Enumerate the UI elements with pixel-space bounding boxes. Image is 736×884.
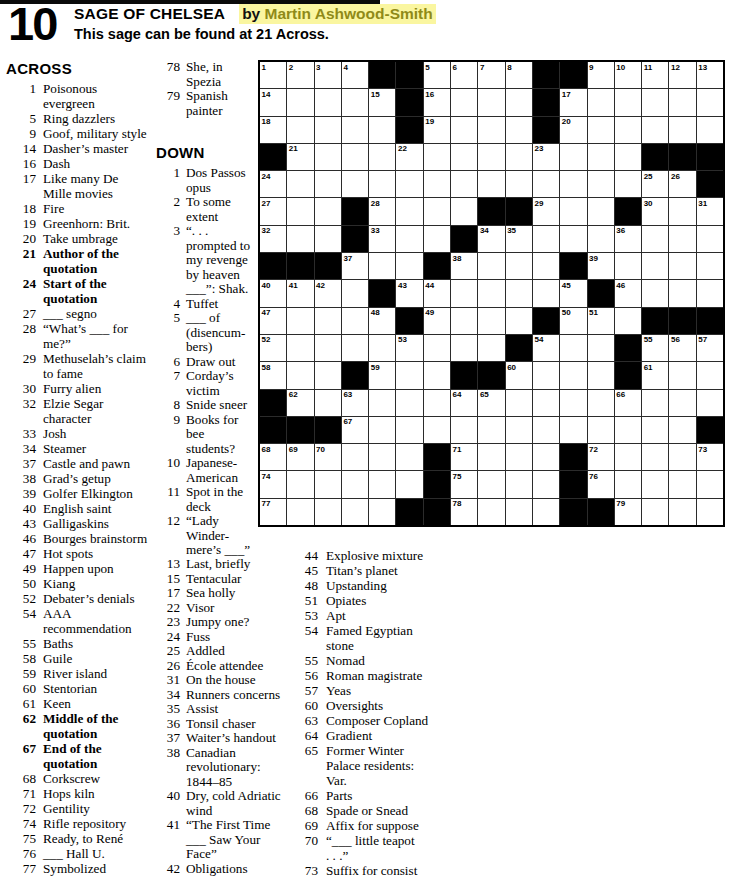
grid-cell-r1c2[interactable]: 2 [287, 62, 313, 88]
grid-cell-r10c10[interactable] [506, 308, 532, 334]
grid-cell-r2c8[interactable] [451, 89, 477, 115]
clue-across-20: 20Take umbrage [6, 231, 154, 246]
grid-cell-r12c6[interactable] [396, 362, 422, 388]
grid-cell-r11c17[interactable]: 57 [697, 335, 723, 361]
cell-number: 69 [289, 445, 298, 454]
clue-down-38: 38Canadian revolutionary: 1844–85 [156, 746, 302, 790]
grid-cell-r16c13[interactable]: 76 [588, 471, 614, 497]
clue-across-46: 46Bourges brainstorm [6, 531, 154, 546]
grid-cell-r2c15[interactable] [642, 89, 668, 115]
clue-text: English saint [43, 501, 112, 516]
grid-cell-r9c8[interactable] [451, 280, 477, 306]
grid-cell-r9c6[interactable]: 43 [396, 280, 422, 306]
cell-number: 79 [616, 499, 625, 508]
grid-cell-r1c16[interactable]: 12 [669, 62, 695, 88]
grid-cell-r1c8[interactable]: 6 [451, 62, 477, 88]
grid-cell-r8c3 [315, 253, 341, 279]
clue-across-68: 68Corkscrew [6, 771, 154, 786]
grid-cell-r12c16[interactable] [669, 362, 695, 388]
grid-cell-r9c5 [369, 280, 395, 306]
grid-cell-r16c8[interactable]: 75 [451, 471, 477, 497]
grid-cell-r5c15[interactable]: 25 [642, 171, 668, 197]
grid-cell-r13c9[interactable]: 65 [478, 390, 504, 416]
grid-cell-r1c4[interactable]: 4 [342, 62, 368, 88]
grid-cell-r10c12[interactable]: 50 [560, 308, 586, 334]
grid-cell-r2c4[interactable] [342, 89, 368, 115]
grid-cell-r8c6[interactable] [396, 253, 422, 279]
grid-cell-r3c3[interactable] [315, 117, 341, 143]
clue-text: River island [43, 666, 107, 681]
grid-cell-r5c4[interactable] [342, 171, 368, 197]
grid-cell-r4c8[interactable] [451, 144, 477, 170]
clue-down-63: 63Composer Copland [296, 713, 492, 728]
grid-cell-r3c4[interactable] [342, 117, 368, 143]
grid-cell-r5c2[interactable] [287, 171, 313, 197]
grid-cell-r13c5[interactable] [369, 390, 395, 416]
grid-cell-r2c7[interactable]: 16 [424, 89, 450, 115]
grid-cell-r11c15[interactable]: 55 [642, 335, 668, 361]
clue-across-78: 78She, in Spezia [156, 60, 262, 89]
grid-cell-r10c4[interactable] [342, 308, 368, 334]
grid-cell-r13c10[interactable] [506, 390, 532, 416]
grid-cell-r15c14[interactable] [615, 444, 641, 470]
grid-cell-r5c14[interactable] [615, 171, 641, 197]
grid-cell-r3c2[interactable] [287, 117, 313, 143]
grid-cell-r3c7[interactable]: 19 [424, 117, 450, 143]
grid-cell-r6c8[interactable] [451, 198, 477, 224]
cell-number: 3 [316, 63, 320, 72]
grid-cell-r17c11[interactable] [533, 499, 559, 525]
grid-cell-r6c13[interactable] [588, 198, 614, 224]
grid-cell-r8c5[interactable] [369, 253, 395, 279]
grid-cell-r16c1[interactable]: 74 [260, 471, 286, 497]
grid-cell-r15c5[interactable] [369, 444, 395, 470]
grid-cell-r16c14[interactable] [615, 471, 641, 497]
grid-cell-r17c9[interactable] [478, 499, 504, 525]
grid-cell-r12c12[interactable] [560, 362, 586, 388]
clue-number: 60 [6, 681, 43, 696]
clue-across-60: 60Stentorian [6, 681, 154, 696]
grid-cell-r4c11[interactable]: 23 [533, 144, 559, 170]
grid-cell-r2c3[interactable] [315, 89, 341, 115]
grid-cell-r5c12[interactable] [560, 171, 586, 197]
clue-text: Elzie Segar character [43, 396, 103, 426]
clue-text: Furry alien [43, 381, 101, 396]
clue-text: Hot spots [43, 546, 93, 561]
grid-cell-r12c15[interactable]: 61 [642, 362, 668, 388]
grid-cell-r3c13[interactable] [588, 117, 614, 143]
grid-cell-r11c12[interactable] [560, 335, 586, 361]
cell-number: 12 [671, 63, 680, 72]
grid-cell-r9c4[interactable] [342, 280, 368, 306]
grid-cell-r17c15[interactable] [642, 499, 668, 525]
clue-across-34: 34Steamer [6, 441, 154, 456]
grid-cell-r9c12[interactable]: 45 [560, 280, 586, 306]
grid-cell-r11c8[interactable] [451, 335, 477, 361]
grid-cell-r12c17[interactable] [697, 362, 723, 388]
grid-cell-r13c11[interactable] [533, 390, 559, 416]
grid-cell-r10c1[interactable]: 47 [260, 308, 286, 334]
grid-cell-r2c2[interactable] [287, 89, 313, 115]
grid-cell-r3c10[interactable] [506, 117, 532, 143]
grid-cell-r5c8[interactable] [451, 171, 477, 197]
grid-cell-r13c4[interactable]: 63 [342, 390, 368, 416]
clue-number: 41 [156, 818, 186, 862]
grid-cell-r7c17[interactable] [697, 226, 723, 252]
grid-cell-r1c10[interactable]: 8 [506, 62, 532, 88]
grid-cell-r4c9[interactable] [478, 144, 504, 170]
grid-cell-r16c17[interactable] [697, 471, 723, 497]
grid-cell-r7c1[interactable]: 32 [260, 226, 286, 252]
grid-cell-r6c16[interactable] [669, 198, 695, 224]
grid-cell-r1c15[interactable]: 11 [642, 62, 668, 88]
grid-cell-r6c12[interactable] [560, 198, 586, 224]
grid-cell-r7c14[interactable]: 36 [615, 226, 641, 252]
grid-cell-r5c13[interactable] [588, 171, 614, 197]
grid-cell-r5c10[interactable] [506, 171, 532, 197]
grid-cell-r8c8[interactable]: 38 [451, 253, 477, 279]
grid-cell-r8c16[interactable] [669, 253, 695, 279]
grid-cell-r13c17[interactable] [697, 390, 723, 416]
grid-cell-r4c7[interactable] [424, 144, 450, 170]
grid-cell-r17c14[interactable]: 79 [615, 499, 641, 525]
clue-down-37: 37Waiter’s handout [156, 731, 302, 746]
clue-text: Greenhorn: Brit. [43, 216, 130, 231]
grid-cell-r17c16[interactable] [669, 499, 695, 525]
grid-cell-r11c11[interactable]: 54 [533, 335, 559, 361]
grid-cell-r7c6[interactable] [396, 226, 422, 252]
grid-cell-r7c9[interactable]: 34 [478, 226, 504, 252]
grid-cell-r8c14[interactable] [615, 253, 641, 279]
grid-cell-r6c1[interactable]: 27 [260, 198, 286, 224]
grid-cell-r10c17 [697, 308, 723, 334]
grid-cell-r5c3[interactable] [315, 171, 341, 197]
clue-text: Fire [43, 201, 64, 216]
grid-cell-r10c9[interactable] [478, 308, 504, 334]
grid-cell-r10c3[interactable] [315, 308, 341, 334]
grid-cell-r2c5[interactable]: 15 [369, 89, 395, 115]
clue-number: 38 [156, 746, 186, 790]
grid-cell-r6c6[interactable] [396, 198, 422, 224]
grid-cell-r16c6[interactable] [396, 471, 422, 497]
grid-cell-r7c15[interactable] [642, 226, 668, 252]
clue-number: 15 [156, 572, 186, 587]
grid-cell-r12c1[interactable]: 58 [260, 362, 286, 388]
clue-across-38: 38Grad’s getup [6, 471, 154, 486]
grid-cell-r12c7[interactable] [424, 362, 450, 388]
grid-cell-r4c12[interactable] [560, 144, 586, 170]
grid-cell-r2c14[interactable] [615, 89, 641, 115]
grid-cell-r9c3[interactable]: 42 [315, 280, 341, 306]
grid-cell-r9c10[interactable] [506, 280, 532, 306]
grid-cell-r2c9[interactable] [478, 89, 504, 115]
clue-down-12: 12“Lady Winder- mere’s ___” [156, 514, 262, 558]
grid-cell-r11c13[interactable] [588, 335, 614, 361]
grid-cell-r5c16[interactable]: 26 [669, 171, 695, 197]
grid-cell-r1c1[interactable]: 1 [260, 62, 286, 88]
grid-cell-r8c11[interactable] [533, 253, 559, 279]
grid-cell-r7c13[interactable] [588, 226, 614, 252]
grid-cell-r15c8[interactable]: 71 [451, 444, 477, 470]
grid-cell-r3c15[interactable] [642, 117, 668, 143]
cell-number: 19 [425, 117, 434, 126]
grid-cell-r7c10[interactable]: 35 [506, 226, 532, 252]
grid-cell-r15c10[interactable] [506, 444, 532, 470]
clue-across-59: 59River island [6, 666, 154, 681]
grid-cell-r9c16[interactable] [669, 280, 695, 306]
grid-cell-r11c7[interactable] [424, 335, 450, 361]
grid-cell-r3c8[interactable] [451, 117, 477, 143]
grid-cell-r14c10[interactable] [506, 417, 532, 443]
grid-cell-r16c2[interactable] [287, 471, 313, 497]
grid-cell-r13c3[interactable] [315, 390, 341, 416]
grid-cell-r16c16[interactable] [669, 471, 695, 497]
grid-cell-r11c9[interactable] [478, 335, 504, 361]
clue-text: Methuselah’s claim to fame [43, 351, 146, 381]
grid-cell-r10c2[interactable] [287, 308, 313, 334]
grid-cell-r13c15[interactable] [642, 390, 668, 416]
grid-cell-r11c1[interactable]: 52 [260, 335, 286, 361]
grid-cell-r9c7[interactable]: 44 [424, 280, 450, 306]
grid-cell-r13c6[interactable] [396, 390, 422, 416]
grid-cell-r5c7[interactable] [424, 171, 450, 197]
grid-cell-r17c4[interactable] [342, 499, 368, 525]
clue-text: Nomad [326, 653, 365, 668]
grid-cell-r3c14[interactable] [615, 117, 641, 143]
grid-cell-r14c13[interactable] [588, 417, 614, 443]
grid-cell-r14c11[interactable] [533, 417, 559, 443]
grid-cell-r17c2[interactable] [287, 499, 313, 525]
grid-cell-r16c3[interactable] [315, 471, 341, 497]
clue-down-54: 54Famed Egyptian stone [296, 623, 492, 653]
grid-cell-r16c5[interactable] [369, 471, 395, 497]
grid-cell-r1c7[interactable]: 5 [424, 62, 450, 88]
grid-cell-r15c9[interactable] [478, 444, 504, 470]
grid-cell-r15c13[interactable]: 72 [588, 444, 614, 470]
grid-cell-r7c11[interactable] [533, 226, 559, 252]
clue-text: End of the quotation [43, 741, 102, 771]
grid-cell-r4c10[interactable] [506, 144, 532, 170]
grid-cell-r7c16[interactable] [669, 226, 695, 252]
grid-cell-r2c1[interactable]: 14 [260, 89, 286, 115]
clue-number: 44 [296, 548, 326, 563]
clue-across-19: 19Greenhorn: Brit. [6, 216, 154, 231]
grid-cell-r8c10[interactable] [506, 253, 532, 279]
clue-across-62: 62Middle of the quotation [6, 711, 154, 741]
grid-cell-r5c6[interactable] [396, 171, 422, 197]
across-clue-list: 1Poisonous evergreen5Ring dazzlers9Goof,… [6, 81, 154, 876]
grid-cell-r6c11[interactable]: 29 [533, 198, 559, 224]
grid-cell-r10c7[interactable]: 49 [424, 308, 450, 334]
clue-number: 17 [156, 586, 186, 601]
grid-cell-r9c17[interactable] [697, 280, 723, 306]
grid-cell-r1c3[interactable]: 3 [315, 62, 341, 88]
grid-cell-r15c16[interactable] [669, 444, 695, 470]
grid-cell-r12c10[interactable]: 60 [506, 362, 532, 388]
grid-cell-r13c8[interactable]: 64 [451, 390, 477, 416]
grid-cell-r17c5[interactable] [369, 499, 395, 525]
grid-cell-r8c4[interactable]: 37 [342, 253, 368, 279]
grid-cell-r11c6[interactable]: 53 [396, 335, 422, 361]
clue-text: Spanish painter [186, 89, 228, 118]
grid-cell-r17c1[interactable]: 77 [260, 499, 286, 525]
grid-cell-r10c14[interactable] [615, 308, 641, 334]
grid-cell-r6c9 [478, 198, 504, 224]
clue-text: Fuss [186, 630, 210, 645]
cell-number: 51 [589, 308, 598, 317]
grid-cell-r2c12[interactable]: 17 [560, 89, 586, 115]
grid-cell-r1c9[interactable]: 7 [478, 62, 504, 88]
grid-cell-r6c3[interactable] [315, 198, 341, 224]
grid-cell-r14c5[interactable] [369, 417, 395, 443]
grid-cell-r1c14[interactable]: 10 [615, 62, 641, 88]
grid-cell-r13c16[interactable] [669, 390, 695, 416]
grid-cell-r16c15[interactable] [642, 471, 668, 497]
grid-cell-r14c9[interactable] [478, 417, 504, 443]
clue-number: 56 [296, 668, 326, 683]
grid-cell-r6c7[interactable] [424, 198, 450, 224]
grid-cell-r2c16[interactable] [669, 89, 695, 115]
grid-cell-r4c5[interactable] [369, 144, 395, 170]
grid-cell-r5c1[interactable]: 24 [260, 171, 286, 197]
grid-cell-r8c13[interactable]: 39 [588, 253, 614, 279]
grid-cell-r2c13[interactable] [588, 89, 614, 115]
grid-cell-r4c6[interactable]: 22 [396, 144, 422, 170]
grid-cell-r12c11[interactable] [533, 362, 559, 388]
grid-cell-r9c9[interactable] [478, 280, 504, 306]
grid-cell-r3c1[interactable]: 18 [260, 117, 286, 143]
grid-cell-r15c4[interactable] [342, 444, 368, 470]
grid-cell-r13c14[interactable]: 66 [615, 390, 641, 416]
grid-cell-r7c3[interactable] [315, 226, 341, 252]
grid-cell-r2c10[interactable] [506, 89, 532, 115]
grid-cell-r1c17[interactable]: 13 [697, 62, 723, 88]
grid-cell-r15c15[interactable] [642, 444, 668, 470]
grid-cell-r5c9[interactable] [478, 171, 504, 197]
grid-cell-r17c3[interactable] [315, 499, 341, 525]
clue-number: 24 [156, 630, 186, 645]
grid-cell-r7c7[interactable] [424, 226, 450, 252]
grid-cell-r3c16[interactable] [669, 117, 695, 143]
grid-cell-r7c5[interactable]: 33 [369, 226, 395, 252]
grid-cell-r11c5[interactable] [369, 335, 395, 361]
clue-text: Corkscrew [43, 771, 100, 786]
grid-cell-r14c7[interactable] [424, 417, 450, 443]
grid-cell-r4c4[interactable] [342, 144, 368, 170]
grid-cell-r3c17[interactable] [697, 117, 723, 143]
grid-cell-r5c5[interactable] [369, 171, 395, 197]
clue-down-9: 9Books for bee students? [156, 413, 262, 457]
grid-cell-r14c6[interactable] [396, 417, 422, 443]
grid-cell-r17c8[interactable]: 78 [451, 499, 477, 525]
grid-cell-r13c7[interactable] [424, 390, 450, 416]
grid-cell-r15c11[interactable] [533, 444, 559, 470]
grid-cell-r4c3[interactable] [315, 144, 341, 170]
grid-cell-r14c4[interactable]: 67 [342, 417, 368, 443]
grid-cell-r13c12[interactable] [560, 390, 586, 416]
clue-text: Gradient [326, 728, 372, 743]
grid-cell-r12c13[interactable] [588, 362, 614, 388]
grid-cell-r8c15[interactable] [642, 253, 668, 279]
cell-number: 35 [507, 226, 516, 235]
grid-cell-r13c2[interactable]: 62 [287, 390, 313, 416]
clue-number: 8 [156, 398, 186, 413]
grid-cell-r11c4[interactable] [342, 335, 368, 361]
grid-cell-r3c9[interactable] [478, 117, 504, 143]
grid-cell-r9c15[interactable] [642, 280, 668, 306]
grid-cell-r15c6[interactable] [396, 444, 422, 470]
grid-cell-r11c3[interactable] [315, 335, 341, 361]
grid-cell-r4c13[interactable] [588, 144, 614, 170]
grid-cell-r9c1[interactable]: 40 [260, 280, 286, 306]
grid-cell-r16c4[interactable] [342, 471, 368, 497]
clue-number: 62 [6, 711, 43, 741]
grid-cell-r8c12 [560, 253, 586, 279]
grid-cell-r8c17[interactable] [697, 253, 723, 279]
grid-cell-r11c2[interactable] [287, 335, 313, 361]
grid-cell-r2c17[interactable] [697, 89, 723, 115]
grid-cell-r7c2[interactable] [287, 226, 313, 252]
grid-cell-r16c10[interactable] [506, 471, 532, 497]
grid-cell-r6c5[interactable]: 28 [369, 198, 395, 224]
grid-cell-r14c14[interactable] [615, 417, 641, 443]
grid-cell-r10c13[interactable]: 51 [588, 308, 614, 334]
grid-cell-r17c10[interactable] [506, 499, 532, 525]
grid-cell-r3c5[interactable] [369, 117, 395, 143]
grid-cell-r10c8[interactable] [451, 308, 477, 334]
grid-cell-r12c3[interactable] [315, 362, 341, 388]
grid-cell-r4c14[interactable] [615, 144, 641, 170]
grid-cell-r6c2[interactable] [287, 198, 313, 224]
clue-number: 39 [6, 486, 43, 501]
grid-cell-r17c17[interactable] [697, 499, 723, 525]
grid-cell-r14c8[interactable] [451, 417, 477, 443]
clue-down-2: 2To some extent [156, 195, 262, 224]
grid-cell-r16c11[interactable] [533, 471, 559, 497]
grid-cell-r9c11[interactable] [533, 280, 559, 306]
clue-text: Last, briefly [186, 557, 250, 572]
grid-cell-r12c2[interactable] [287, 362, 313, 388]
grid-cell-r13c13[interactable] [588, 390, 614, 416]
clue-text: Tonsil chaser [186, 717, 256, 732]
grid-cell-r6c17[interactable]: 31 [697, 198, 723, 224]
grid-cell-r9c14[interactable]: 46 [615, 280, 641, 306]
grid-cell-r15c17[interactable]: 73 [697, 444, 723, 470]
grid-cell-r3c12[interactable]: 20 [560, 117, 586, 143]
grid-cell-r10c5[interactable]: 48 [369, 308, 395, 334]
grid-cell-r16c9[interactable] [478, 471, 504, 497]
grid-cell-r1c13[interactable]: 9 [588, 62, 614, 88]
grid-cell-r12c5[interactable]: 59 [369, 362, 395, 388]
grid-cell-r14c16[interactable] [669, 417, 695, 443]
clue-text: Author of the quotation [43, 246, 119, 276]
grid-cell-r14c12[interactable] [560, 417, 586, 443]
grid-cell-r6c15[interactable]: 30 [642, 198, 668, 224]
grid-cell-r8c9[interactable] [478, 253, 504, 279]
grid-cell-r7c12[interactable] [560, 226, 586, 252]
grid-cell-r11c16[interactable]: 56 [669, 335, 695, 361]
clue-text: Spot in the deck [186, 485, 243, 514]
grid-cell-r5c11[interactable] [533, 171, 559, 197]
grid-cell-r14c15[interactable] [642, 417, 668, 443]
grid-cell-r4c2[interactable]: 21 [287, 144, 313, 170]
grid-cell-r15c3[interactable]: 70 [315, 444, 341, 470]
grid-cell-r15c2[interactable]: 69 [287, 444, 313, 470]
clue-number: 24 [6, 276, 43, 306]
cell-number: 56 [671, 335, 680, 344]
grid-cell-r9c2[interactable]: 41 [287, 280, 313, 306]
grid-cell-r15c1[interactable]: 68 [260, 444, 286, 470]
